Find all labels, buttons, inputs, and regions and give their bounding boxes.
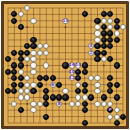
white-stone[interactable] [94, 24, 100, 30]
black-stone[interactable] [37, 82, 43, 88]
white-stone[interactable]: 10 [69, 69, 75, 75]
white-stone[interactable]: 15 [62, 18, 68, 24]
black-stone[interactable] [18, 62, 24, 68]
white-stone[interactable] [114, 107, 120, 113]
white-stone[interactable] [24, 94, 30, 100]
black-stone[interactable] [107, 30, 113, 36]
black-stone[interactable] [43, 94, 49, 100]
black-stone[interactable] [30, 88, 36, 94]
black-stone[interactable] [101, 30, 107, 36]
white-stone[interactable] [18, 94, 24, 100]
black-stone[interactable] [101, 94, 107, 100]
white-stone[interactable] [94, 30, 100, 36]
black-stone[interactable] [5, 69, 11, 75]
black-stone[interactable] [107, 82, 113, 88]
white-stone[interactable] [30, 56, 36, 62]
black-stone[interactable] [94, 56, 100, 62]
black-stone[interactable] [62, 62, 68, 68]
star-point [65, 103, 67, 105]
black-stone[interactable] [94, 43, 100, 49]
move-number-label: 8 [58, 102, 61, 106]
white-stone[interactable] [30, 62, 36, 68]
white-stone[interactable] [30, 82, 36, 88]
page-background: 15421614101268P [0, 0, 130, 130]
white-stone[interactable] [30, 69, 36, 75]
move-number-label: P [109, 108, 112, 112]
black-stone[interactable] [114, 18, 120, 24]
white-stone[interactable] [69, 101, 75, 107]
black-stone[interactable] [62, 94, 68, 100]
white-stone[interactable] [107, 114, 113, 120]
white-stone[interactable] [101, 101, 107, 107]
black-stone[interactable] [82, 101, 88, 107]
black-stone[interactable] [114, 82, 120, 88]
white-stone[interactable] [24, 82, 30, 88]
black-stone[interactable] [18, 56, 24, 62]
black-stone[interactable] [101, 50, 107, 56]
black-stone[interactable] [82, 69, 88, 75]
white-stone[interactable] [30, 107, 36, 113]
move-number-label: 2 [90, 51, 93, 55]
white-stone[interactable] [37, 101, 43, 107]
white-stone[interactable] [18, 69, 24, 75]
black-stone[interactable] [82, 88, 88, 94]
white-stone[interactable] [101, 18, 107, 24]
move-number-label: 16 [69, 63, 75, 67]
white-stone[interactable] [114, 114, 120, 120]
white-stone[interactable] [30, 50, 36, 56]
move-number-label: 4 [90, 44, 93, 48]
star-point [26, 103, 28, 105]
black-stone[interactable] [24, 50, 30, 56]
white-stone[interactable] [62, 88, 68, 94]
black-stone[interactable] [82, 62, 88, 68]
black-stone[interactable] [82, 82, 88, 88]
white-stone[interactable] [37, 50, 43, 56]
black-stone[interactable] [101, 37, 107, 43]
white-stone[interactable] [94, 75, 100, 81]
white-stone[interactable] [114, 30, 120, 36]
move-number-label: 14 [75, 63, 81, 67]
white-stone[interactable] [30, 101, 36, 107]
black-stone[interactable] [114, 24, 120, 30]
go-board[interactable]: 15421614101268P [4, 4, 126, 126]
white-stone[interactable]: 2 [88, 50, 94, 56]
black-stone[interactable] [50, 94, 56, 100]
black-stone[interactable] [114, 37, 120, 43]
move-number-label: 10 [69, 70, 75, 74]
black-stone[interactable] [56, 82, 62, 88]
black-stone[interactable] [30, 37, 36, 43]
black-stone[interactable] [18, 82, 24, 88]
white-stone[interactable] [94, 88, 100, 94]
black-stone[interactable] [82, 107, 88, 113]
white-stone[interactable]: 14 [75, 62, 81, 68]
black-stone[interactable] [114, 120, 120, 126]
black-stone[interactable] [94, 18, 100, 24]
black-stone[interactable] [120, 114, 126, 120]
black-stone[interactable] [56, 94, 62, 100]
black-stone[interactable] [114, 62, 120, 68]
move-number-label: 6 [51, 83, 54, 87]
black-stone[interactable] [88, 94, 94, 100]
black-stone[interactable] [94, 50, 100, 56]
star-point [26, 65, 28, 67]
move-number-label: 12 [69, 76, 75, 80]
black-stone[interactable] [30, 43, 36, 49]
move-number-label: 15 [63, 19, 69, 23]
white-stone[interactable] [75, 94, 81, 100]
white-stone[interactable]: 16 [69, 62, 75, 68]
star-point [65, 26, 67, 28]
black-stone[interactable] [18, 50, 24, 56]
white-stone[interactable] [30, 18, 36, 24]
star-point [103, 65, 105, 67]
white-stone[interactable]: 6 [50, 82, 56, 88]
black-stone[interactable] [82, 120, 88, 126]
white-stone[interactable] [82, 94, 88, 100]
star-point [26, 26, 28, 28]
white-stone[interactable] [18, 88, 24, 94]
black-stone[interactable] [114, 94, 120, 100]
white-stone[interactable] [43, 62, 49, 68]
white-stone[interactable] [94, 82, 100, 88]
white-stone[interactable] [94, 101, 100, 107]
white-stone[interactable] [94, 37, 100, 43]
